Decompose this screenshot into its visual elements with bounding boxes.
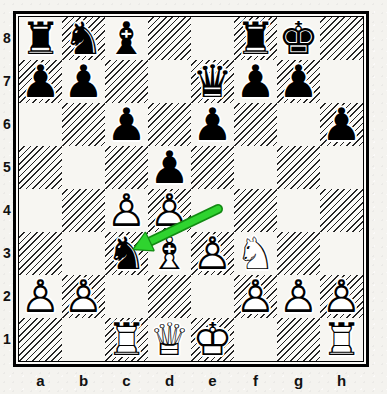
black-pawn-c6: ♟ bbox=[105, 103, 148, 146]
square-c3: ♞♞ bbox=[105, 232, 148, 275]
square-c4: ♟♙ bbox=[105, 189, 148, 232]
black-king-g8: ♚ bbox=[277, 17, 320, 60]
square-h6: ♟♟ bbox=[320, 103, 363, 146]
square-f3: ♞♘ bbox=[234, 232, 277, 275]
square-g1 bbox=[277, 318, 320, 361]
square-b6 bbox=[62, 103, 105, 146]
white-rook-c1: ♖ bbox=[105, 318, 148, 361]
square-a7: ♟♟ bbox=[19, 60, 62, 103]
rank-label-6: 6 bbox=[0, 103, 14, 146]
square-e1: ♚♔ bbox=[191, 318, 234, 361]
square-d2 bbox=[148, 275, 191, 318]
white-pawn-h2: ♙ bbox=[320, 275, 363, 318]
rank-label-8: 8 bbox=[0, 17, 14, 60]
square-f7: ♟♟ bbox=[234, 60, 277, 103]
square-f4 bbox=[234, 189, 277, 232]
white-knight-f3: ♘ bbox=[234, 232, 277, 275]
square-a1 bbox=[19, 318, 62, 361]
square-h4 bbox=[320, 189, 363, 232]
square-h3 bbox=[320, 232, 363, 275]
black-bishop-c8: ♝ bbox=[105, 17, 148, 60]
square-a8: ♜♜ bbox=[19, 17, 62, 60]
white-pawn-a2: ♙ bbox=[19, 275, 62, 318]
square-f2: ♟♙ bbox=[234, 275, 277, 318]
black-knight-b8: ♞ bbox=[62, 17, 105, 60]
square-c1: ♜♖ bbox=[105, 318, 148, 361]
square-h8 bbox=[320, 17, 363, 60]
chess-board: ♜♜♞♞♝♝♜♜♚♚♟♟♟♟♛♛♟♟♟♟♟♟♟♟♟♟♟♟♟♙♟♙♞♞♝♗♟♙♞♘… bbox=[13, 11, 369, 367]
black-knight-c3: ♞ bbox=[105, 232, 148, 275]
rank-label-1: 1 bbox=[0, 318, 14, 361]
white-king-e1: ♔ bbox=[191, 318, 234, 361]
square-g7: ♟♟ bbox=[277, 60, 320, 103]
square-b2: ♟♙ bbox=[62, 275, 105, 318]
black-pawn-d5: ♟ bbox=[148, 146, 191, 189]
rank-label-2: 2 bbox=[0, 275, 14, 318]
square-a5 bbox=[19, 146, 62, 189]
square-d1: ♛♕ bbox=[148, 318, 191, 361]
square-f6 bbox=[234, 103, 277, 146]
file-label-b: b bbox=[62, 370, 105, 391]
square-e2 bbox=[191, 275, 234, 318]
rank-label-3: 3 bbox=[0, 232, 14, 275]
white-queen-d1: ♕ bbox=[148, 318, 191, 361]
square-e7: ♛♛ bbox=[191, 60, 234, 103]
black-pawn-e6: ♟ bbox=[191, 103, 234, 146]
black-pawn-f7: ♟ bbox=[234, 60, 277, 103]
board-grid: ♜♜♞♞♝♝♜♜♚♚♟♟♟♟♛♛♟♟♟♟♟♟♟♟♟♟♟♟♟♙♟♙♞♞♝♗♟♙♞♘… bbox=[19, 17, 363, 361]
square-d3: ♝♗ bbox=[148, 232, 191, 275]
square-c7 bbox=[105, 60, 148, 103]
square-h5 bbox=[320, 146, 363, 189]
file-labels: abcdefgh bbox=[19, 370, 363, 391]
square-a4 bbox=[19, 189, 62, 232]
white-pawn-g2: ♙ bbox=[277, 275, 320, 318]
file-label-d: d bbox=[148, 370, 191, 391]
square-f5 bbox=[234, 146, 277, 189]
square-c8: ♝♝ bbox=[105, 17, 148, 60]
board-inner-frame: ♜♜♞♞♝♝♜♜♚♚♟♟♟♟♛♛♟♟♟♟♟♟♟♟♟♟♟♟♟♙♟♙♞♞♝♗♟♙♞♘… bbox=[18, 16, 364, 362]
black-pawn-g7: ♟ bbox=[277, 60, 320, 103]
square-d4: ♟♙ bbox=[148, 189, 191, 232]
square-b5 bbox=[62, 146, 105, 189]
square-g5 bbox=[277, 146, 320, 189]
white-pawn-e3: ♙ bbox=[191, 232, 234, 275]
file-label-a: a bbox=[19, 370, 62, 391]
square-g3 bbox=[277, 232, 320, 275]
square-c5 bbox=[105, 146, 148, 189]
rank-label-4: 4 bbox=[0, 189, 14, 232]
square-d7 bbox=[148, 60, 191, 103]
square-h2: ♟♙ bbox=[320, 275, 363, 318]
file-label-c: c bbox=[105, 370, 148, 391]
square-f8: ♜♜ bbox=[234, 17, 277, 60]
file-label-f: f bbox=[234, 370, 277, 391]
white-pawn-d4: ♙ bbox=[148, 189, 191, 232]
square-b3 bbox=[62, 232, 105, 275]
square-b8: ♞♞ bbox=[62, 17, 105, 60]
square-b7: ♟♟ bbox=[62, 60, 105, 103]
square-d5: ♟♟ bbox=[148, 146, 191, 189]
square-e6: ♟♟ bbox=[191, 103, 234, 146]
black-pawn-a7: ♟ bbox=[19, 60, 62, 103]
square-e5 bbox=[191, 146, 234, 189]
square-b1 bbox=[62, 318, 105, 361]
black-rook-a8: ♜ bbox=[19, 17, 62, 60]
square-h7 bbox=[320, 60, 363, 103]
square-e8 bbox=[191, 17, 234, 60]
square-a6 bbox=[19, 103, 62, 146]
file-label-h: h bbox=[320, 370, 363, 391]
rank-label-7: 7 bbox=[0, 60, 14, 103]
black-pawn-h6: ♟ bbox=[320, 103, 363, 146]
white-pawn-b2: ♙ bbox=[62, 275, 105, 318]
black-rook-f8: ♜ bbox=[234, 17, 277, 60]
square-d8 bbox=[148, 17, 191, 60]
white-pawn-f2: ♙ bbox=[234, 275, 277, 318]
black-queen-e7: ♛ bbox=[191, 60, 234, 103]
square-g6 bbox=[277, 103, 320, 146]
square-g4 bbox=[277, 189, 320, 232]
square-d6 bbox=[148, 103, 191, 146]
square-b4 bbox=[62, 189, 105, 232]
square-e3: ♟♙ bbox=[191, 232, 234, 275]
rank-label-5: 5 bbox=[0, 146, 14, 189]
file-label-g: g bbox=[277, 370, 320, 391]
black-pawn-b7: ♟ bbox=[62, 60, 105, 103]
rank-labels: 87654321 bbox=[0, 17, 14, 361]
square-h1: ♜♖ bbox=[320, 318, 363, 361]
square-g2: ♟♙ bbox=[277, 275, 320, 318]
white-rook-h1: ♖ bbox=[320, 318, 363, 361]
square-f1 bbox=[234, 318, 277, 361]
square-a2: ♟♙ bbox=[19, 275, 62, 318]
square-a3 bbox=[19, 232, 62, 275]
square-c2 bbox=[105, 275, 148, 318]
file-label-e: e bbox=[191, 370, 234, 391]
white-bishop-d3: ♗ bbox=[148, 232, 191, 275]
white-pawn-c4: ♙ bbox=[105, 189, 148, 232]
square-g8: ♚♚ bbox=[277, 17, 320, 60]
square-e4 bbox=[191, 189, 234, 232]
square-c6: ♟♟ bbox=[105, 103, 148, 146]
